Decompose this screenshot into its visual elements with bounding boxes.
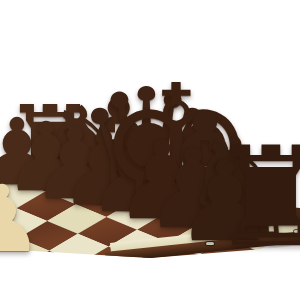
black-rook-a8: ♜: [0, 92, 104, 199]
black-pawn-h7: ♟: [169, 145, 281, 257]
pieces-layer: ♜♞♝♛♚♝♞♜♟♟♟♟♟♟♟♟♟: [0, 0, 300, 300]
black-king-e8: ♚: [87, 62, 266, 241]
white-pawn-a2: ♟: [0, 174, 48, 266]
black-pawn-g7: ♟: [138, 134, 248, 244]
black-knight-b8: ♞: [28, 92, 142, 206]
black-bishop-c8: ♝: [51, 81, 188, 218]
black-pawn-a7: ♟: [0, 107, 63, 199]
black-pawn-c7: ♟: [26, 115, 124, 213]
black-queen-d8: ♛: [65, 67, 228, 230]
black-pawn-e7: ♟: [81, 123, 186, 228]
black-pawn-f7: ♟: [108, 127, 216, 235]
black-rook-h8: ♜: [202, 129, 300, 267]
black-bishop-f8: ♝: [129, 93, 282, 246]
chess-set-photo: ♜♞♝♛♚♝♞♜♟♟♟♟♟♟♟♟♟: [0, 0, 300, 300]
black-knight-g8: ♞: [170, 118, 301, 257]
black-pawn-b7: ♟: [0, 110, 94, 205]
black-pawn-d7: ♟: [53, 118, 155, 220]
